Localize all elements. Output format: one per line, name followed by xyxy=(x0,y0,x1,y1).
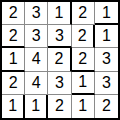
cell-r2c2[interactable]: 3 xyxy=(25,25,48,48)
cell-r1c1[interactable]: 2 xyxy=(2,2,25,25)
cell-r5c3[interactable]: 2 xyxy=(48,95,71,118)
cell-r2c3[interactable]: 3 xyxy=(48,25,71,48)
cell-r4c4[interactable]: 1 xyxy=(72,72,95,95)
puzzle-grid: 2 3 1 2 1 2 3 3 2 1 1 4 2 2 3 2 4 3 1 3 … xyxy=(0,0,120,120)
cell-r5c1[interactable]: 1 xyxy=(2,95,25,118)
cell-r3c3[interactable]: 2 xyxy=(48,48,71,71)
cell-r2c1[interactable]: 2 xyxy=(2,25,25,48)
cell-r4c1[interactable]: 2 xyxy=(2,72,25,95)
cell-r3c2[interactable]: 4 xyxy=(25,48,48,71)
cell-r3c5[interactable]: 3 xyxy=(95,48,118,71)
cell-r3c1[interactable]: 1 xyxy=(2,48,25,71)
cell-r5c5[interactable]: 2 xyxy=(95,95,118,118)
cell-r4c2[interactable]: 4 xyxy=(25,72,48,95)
cell-r5c4[interactable]: 1 xyxy=(72,95,95,118)
cell-r2c4[interactable]: 2 xyxy=(72,25,95,48)
cell-r1c2[interactable]: 3 xyxy=(25,2,48,25)
cell-r1c4[interactable]: 2 xyxy=(72,2,95,25)
cell-r4c5[interactable]: 3 xyxy=(95,72,118,95)
cell-r1c3[interactable]: 1 xyxy=(48,2,71,25)
cell-r1c5[interactable]: 1 xyxy=(95,2,118,25)
cell-r5c2[interactable]: 1 xyxy=(25,95,48,118)
cell-r2c5[interactable]: 1 xyxy=(95,25,118,48)
cell-r4c3[interactable]: 3 xyxy=(48,72,71,95)
cell-r3c4[interactable]: 2 xyxy=(72,48,95,71)
